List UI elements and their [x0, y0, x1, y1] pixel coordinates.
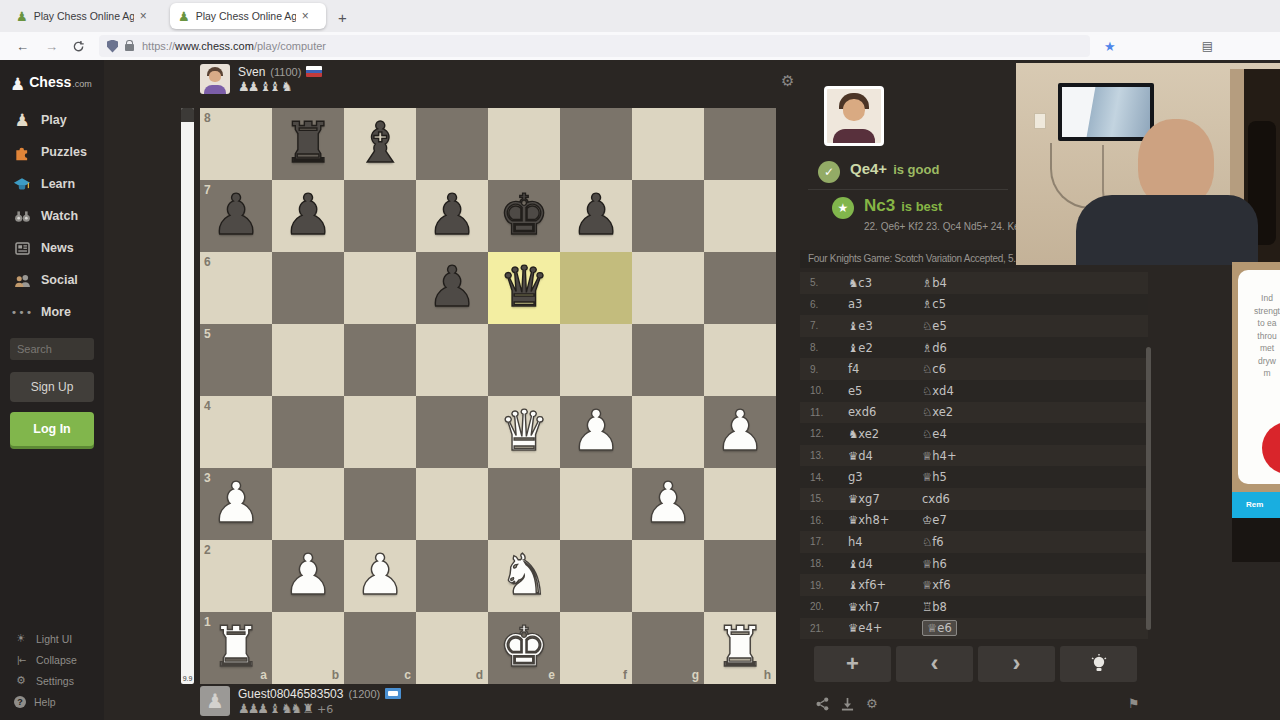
square-b2[interactable]: ♟ [272, 540, 344, 612]
best-move-row: ★ Nc3is best 22. Qe6+ Kf2 23. Qc4 Nd5+ 2… [818, 196, 1028, 232]
black-move[interactable]: ♕h5 [922, 470, 947, 484]
white-move[interactable]: ♛xg7 [836, 492, 922, 506]
square-c7[interactable] [344, 180, 416, 252]
ad-text-line: strengt [1246, 305, 1280, 318]
move-row: 21.♛e4+♕e6 [800, 618, 1148, 640]
sidebar-item-play[interactable]: ♟ Play [0, 104, 104, 136]
square-g5[interactable] [632, 324, 704, 396]
white-piece-e4[interactable]: ♛ [488, 396, 560, 468]
new-tab-button[interactable]: + [338, 9, 347, 26]
square-d3[interactable] [416, 468, 488, 540]
square-b5[interactable] [272, 324, 344, 396]
square-h1[interactable]: h♜ [704, 612, 776, 684]
square-e1[interactable]: e♚ [488, 612, 560, 684]
white-move[interactable]: ♝d4 [836, 557, 922, 571]
close-icon[interactable]: × [302, 9, 309, 23]
black-piece-d7[interactable]: ♟ [416, 180, 488, 252]
black-move[interactable]: ♗b4 [922, 276, 947, 290]
white-move[interactable]: ♛d4 [836, 449, 922, 463]
black-move[interactable]: ♕e6 [922, 620, 957, 636]
square-e6[interactable]: ♛ [488, 252, 560, 324]
next-move-button[interactable]: › [978, 646, 1055, 682]
black-piece-e6[interactable]: ♛ [488, 252, 560, 324]
black-piece-a7[interactable]: ♟ [200, 180, 272, 252]
move-number: 8. [800, 342, 836, 353]
move-number: 10. [800, 385, 836, 396]
sidebar-item-more[interactable]: ••• More [0, 296, 104, 328]
sign-up-button[interactable]: Sign Up [10, 372, 94, 402]
square-b1[interactable]: b [272, 612, 344, 684]
chesscom-logo[interactable]: ♟ Chess .com [0, 60, 104, 104]
hint-button[interactable] [1060, 646, 1137, 682]
white-move[interactable]: ♝xf6+ [836, 578, 922, 592]
more-dots-icon: ••• [12, 306, 32, 319]
square-f5[interactable] [560, 324, 632, 396]
newspaper-icon [12, 242, 32, 255]
eval-score: 9.9 [181, 675, 194, 682]
back-icon[interactable]: ← [16, 39, 29, 54]
black-move[interactable]: ♘xe2 [922, 405, 953, 419]
top-player-bar: Sven (1100) ♟♟ ♝♝ ♞ [200, 64, 322, 95]
settings-button[interactable]: ⚙ Settings [0, 670, 104, 691]
square-f8[interactable] [560, 108, 632, 180]
report-flag-icon[interactable]: ⚑ [1128, 696, 1140, 711]
white-piece-c2[interactable]: ♟ [344, 540, 416, 612]
square-a6[interactable]: 6 [200, 252, 272, 324]
international-flag-icon [385, 688, 401, 699]
move-number: 16. [800, 515, 836, 526]
move-number: 14. [800, 472, 836, 483]
rank-label: 4 [204, 399, 211, 413]
square-e5[interactable] [488, 324, 560, 396]
square-c8[interactable]: ♝ [344, 108, 416, 180]
black-move[interactable]: ♕h6 [922, 557, 947, 571]
white-move[interactable]: ♛xh8+ [836, 513, 922, 527]
move-row: 11.exd6♘xe2 [800, 402, 1148, 424]
square-a3[interactable]: 3♟ [200, 468, 272, 540]
black-move[interactable]: ♕h4+ [922, 449, 957, 463]
square-h4[interactable]: ♟ [704, 396, 776, 468]
black-move[interactable]: ♗d6 [922, 341, 947, 355]
square-e4[interactable]: ♛ [488, 396, 560, 468]
square-g6[interactable] [632, 252, 704, 324]
previous-move-button[interactable]: ‹ [896, 646, 973, 682]
square-e3[interactable] [488, 468, 560, 540]
black-move[interactable]: ♕xf6 [922, 578, 950, 592]
white-piece-f4[interactable]: ♟ [560, 396, 632, 468]
sidebar-footer: ☀ Light UI |← Collapse ⚙ Settings ? Help [0, 628, 104, 712]
white-move[interactable]: f4 [836, 362, 922, 376]
black-move[interactable]: ♘e5 [922, 319, 947, 333]
move-number: 19. [800, 580, 836, 591]
move-row: 12.♞xe2♘e4 [800, 423, 1148, 445]
analysis-divider [808, 189, 1008, 190]
file-label: d [476, 668, 483, 682]
ad-card: Indstrengtto eathroumetdrywm [1238, 270, 1280, 484]
white-piece-g3[interactable]: ♟ [632, 468, 704, 540]
move-row: 8.♝e2♗d6 [800, 337, 1148, 359]
square-d5[interactable] [416, 324, 488, 396]
black-move[interactable]: ♘xd4 [922, 384, 954, 398]
sidebar-item-learn[interactable]: Learn [0, 168, 104, 200]
forward-icon[interactable]: → [45, 39, 58, 54]
move-row: 10.e5♘xd4 [800, 380, 1148, 402]
white-piece-a3[interactable]: ♟ [200, 468, 272, 540]
white-move[interactable]: g3 [836, 470, 922, 484]
black-move[interactable]: ♔e7 [922, 513, 947, 527]
move-number: 11. [800, 407, 836, 418]
opening-name: Four Knights Game: Scotch Variation Acce… [800, 250, 1016, 268]
black-piece-d6[interactable]: ♟ [416, 252, 488, 324]
square-f7[interactable]: ♟ [560, 180, 632, 252]
white-move[interactable]: ♛xh7 [836, 600, 922, 614]
white-piece-e1[interactable]: ♚ [488, 612, 560, 684]
good-move-row: ✓ Qe4+is good [818, 160, 939, 183]
square-c5[interactable] [344, 324, 416, 396]
move-row: 7.♝e3♘e5 [800, 315, 1148, 337]
star-circle-icon: ★ [832, 197, 854, 219]
check-circle-icon: ✓ [818, 161, 840, 183]
white-move[interactable]: ♞xe2 [836, 427, 922, 441]
square-e2[interactable]: ♞ [488, 540, 560, 612]
best-move: Nc3 [864, 196, 895, 215]
move-number: 15. [800, 493, 836, 504]
square-f2[interactable] [560, 540, 632, 612]
tab-title: Play Chess Online Against the C [196, 10, 296, 22]
square-g1[interactable]: g [632, 612, 704, 684]
square-g3[interactable]: ♟ [632, 468, 704, 540]
move-row: 15.♛xg7cxd6 [800, 488, 1148, 510]
move-number: 20. [800, 601, 836, 612]
bottom-player-name[interactable]: Guest08046583503 [238, 687, 343, 701]
move-number: 18. [800, 558, 836, 569]
square-a4[interactable]: 4 [200, 396, 272, 468]
streamer-body [1076, 195, 1258, 265]
play-icon: ♟ [12, 110, 32, 130]
top-player-name[interactable]: Sven [238, 65, 265, 79]
streamer-head [1138, 119, 1214, 207]
top-player-avatar[interactable] [200, 64, 230, 94]
eval-bar: 9.9 [181, 108, 194, 684]
move-row: 17.h4♘f6 [800, 531, 1148, 553]
ad-text: Indstrengtto eathroumetdrywm [1238, 270, 1280, 380]
move-number: 5. [800, 277, 836, 288]
black-move[interactable]: ♘f6 [922, 535, 944, 549]
move-number: 21. [800, 623, 836, 634]
browser-tab-strip: ♟ Play Chess Online Against the C × ♟ Pl… [0, 0, 1280, 32]
collapse-button[interactable]: |← Collapse [0, 649, 104, 670]
square-e7[interactable]: ♚ [488, 180, 560, 252]
square-b7[interactable]: ♟ [272, 180, 344, 252]
square-c1[interactable]: c [344, 612, 416, 684]
ad-text-line: met [1246, 342, 1280, 355]
file-label: g [692, 668, 699, 682]
bookmark-star-icon[interactable]: ★ [1104, 39, 1116, 54]
square-h8[interactable] [704, 108, 776, 180]
square-f4[interactable]: ♟ [560, 396, 632, 468]
sidebar-item-puzzles[interactable]: Puzzles [0, 136, 104, 168]
browser-tab-active[interactable]: ♟ Play Chess Online Against the C × [170, 3, 326, 29]
file-label: f [623, 668, 627, 682]
people-icon [12, 274, 32, 287]
move-row: 16.♛xh8+♔e7 [800, 510, 1148, 532]
square-d8[interactable] [416, 108, 488, 180]
download-icon[interactable] [841, 697, 854, 711]
russia-flag-icon [306, 66, 322, 77]
square-b8[interactable]: ♜ [272, 108, 344, 180]
analysis-settings-gear-icon[interactable]: ⚙ [866, 696, 878, 711]
white-move[interactable]: exd6 [836, 405, 922, 419]
eval-bar-black-portion [181, 108, 194, 122]
url-text: https://www.chess.com/play/computer [142, 40, 326, 52]
bottom-player-bar: ♟ Guest08046583503 (1200) ♟♟♟ ♝ ♞♞ ♜+6 [200, 686, 401, 717]
url-bar[interactable]: https://www.chess.com/play/computer [99, 35, 1090, 57]
sidebar-item-social[interactable]: Social [0, 264, 104, 296]
rank-label: 8 [204, 111, 211, 125]
black-move[interactable]: cxd6 [922, 492, 950, 506]
file-label: b [332, 668, 339, 682]
move-list-scrollbar[interactable] [1146, 347, 1151, 630]
square-e8[interactable] [488, 108, 560, 180]
square-h2[interactable] [704, 540, 776, 612]
move-controls: + ‹ › [814, 646, 1137, 682]
wall-monitor [1058, 83, 1154, 141]
square-c3[interactable] [344, 468, 416, 540]
white-move[interactable]: ♝e2 [836, 341, 922, 355]
pawn-avatar-icon: ♟ [206, 689, 224, 713]
move-number: 17. [800, 536, 836, 547]
square-b3[interactable] [272, 468, 344, 540]
white-piece-h4[interactable]: ♟ [704, 396, 776, 468]
square-h6[interactable] [704, 252, 776, 324]
ad-text-line: Ind [1246, 292, 1280, 305]
white-move[interactable]: e5 [836, 384, 922, 398]
wall-outlet [1034, 113, 1046, 129]
add-move-button[interactable]: + [814, 646, 891, 682]
share-icon[interactable] [816, 697, 829, 711]
screen: ♟ Play Chess Online Against the C × ♟ Pl… [0, 0, 1280, 720]
sun-icon: ☀ [14, 632, 28, 645]
white-move[interactable]: ♝e3 [836, 319, 922, 333]
move-row: 19.♝xf6+♕xf6 [800, 574, 1148, 596]
browser-tab-inactive[interactable]: ♟ Play Chess Online Against the C × [8, 3, 164, 29]
bottom-player-rating: (1200) [348, 688, 380, 700]
binoculars-icon [12, 210, 32, 223]
best-move-line: 22. Qe6+ Kf2 23. Qc4 Nd5+ 24. Ke6 Qh6+ [864, 221, 1028, 232]
collections-icon[interactable]: ▤ [1202, 39, 1213, 53]
chess-board: 8♜♝7♟♟♟♚♟6♟♛54♛♟♟3♟♟2♟♟♞1a♜bcde♚fgh♜ [200, 108, 776, 684]
question-icon: ? [14, 696, 26, 708]
move-row: 18.♝d4♕h6 [800, 553, 1148, 575]
file-label: c [404, 668, 411, 682]
shield-icon [107, 40, 118, 53]
square-b4[interactable] [272, 396, 344, 468]
square-d6[interactable]: ♟ [416, 252, 488, 324]
black-move[interactable]: ♘e4 [922, 427, 947, 441]
board-settings-gear-icon[interactable]: ⚙ [781, 72, 794, 90]
white-piece-h1[interactable]: ♜ [704, 612, 776, 684]
black-move[interactable]: ♘c6 [922, 362, 946, 376]
puzzle-icon [12, 144, 32, 161]
browser-nav-bar: ← → https://www.chess.com/play/computer … [0, 32, 1280, 61]
app-area: ♟ Chess .com ♟ Play Puzzles Learn [0, 60, 1280, 720]
ad-button[interactable]: Rem [1232, 492, 1280, 518]
move-list: 5.♞c3♗b46.a3♗c57.♝e3♘e58.♝e2♗d69.f4♘c610… [800, 272, 1148, 640]
close-icon[interactable]: × [140, 9, 147, 23]
reload-icon[interactable] [72, 40, 85, 53]
search-box [10, 338, 94, 360]
black-piece-f7[interactable]: ♟ [560, 180, 632, 252]
move-number: 13. [800, 450, 836, 461]
black-move[interactable]: ♖b8 [922, 600, 947, 614]
ad-text-line: dryw [1246, 355, 1280, 368]
square-c4[interactable] [344, 396, 416, 468]
good-move: Qe4+ [850, 160, 887, 177]
black-piece-e7[interactable]: ♚ [488, 180, 560, 252]
top-player-rating: (1100) [270, 66, 301, 78]
black-piece-b7[interactable]: ♟ [272, 180, 344, 252]
rank-label: 6 [204, 255, 211, 269]
ad-text-line: throu [1246, 330, 1280, 343]
sidebar: ♟ Chess .com ♟ Play Puzzles Learn [0, 60, 104, 720]
square-d1[interactable]: d [416, 612, 488, 684]
move-number: 7. [800, 320, 836, 331]
game-icon-row: ⚙ [816, 696, 878, 711]
move-row: 20.♛xh7♖b8 [800, 596, 1148, 618]
graduation-cap-icon [12, 177, 32, 192]
ad-red-circle [1262, 422, 1280, 474]
ad-text-line: m [1246, 367, 1280, 380]
square-b6[interactable] [272, 252, 344, 324]
top-player-captured: ♟♟ ♝♝ ♞ [238, 79, 322, 95]
ad-overlay: Indstrengtto eathroumetdrywm Rem [1232, 262, 1280, 562]
search-input[interactable] [10, 338, 94, 360]
square-a1[interactable]: 1a♜ [200, 612, 272, 684]
rank-label: 2 [204, 543, 211, 557]
move-row: 14.g3♕h5 [800, 466, 1148, 488]
white-move[interactable]: ♛e4+ [836, 621, 922, 635]
square-d7[interactable]: ♟ [416, 180, 488, 252]
square-h5[interactable] [704, 324, 776, 396]
square-g2[interactable] [632, 540, 704, 612]
help-button[interactable]: ? Help [0, 691, 104, 712]
move-row: 6.a3♗c5 [800, 294, 1148, 316]
move-row: 9.f4♘c6 [800, 358, 1148, 380]
square-f6[interactable] [560, 252, 632, 324]
sidebar-item-news[interactable]: News [0, 232, 104, 264]
rank-label: 5 [204, 327, 211, 341]
gear-icon: ⚙ [14, 674, 28, 687]
square-h3[interactable] [704, 468, 776, 540]
material-advantage: +6 [317, 703, 333, 716]
chesscom-favicon-icon: ♟ [178, 10, 190, 23]
white-move[interactable]: a3 [836, 297, 922, 311]
ad-text-line: to ea [1246, 317, 1280, 330]
square-h7[interactable] [704, 180, 776, 252]
white-piece-b2[interactable]: ♟ [272, 540, 344, 612]
square-a7[interactable]: 7♟ [200, 180, 272, 252]
log-in-button[interactable]: Log In [10, 412, 94, 446]
move-number: 9. [800, 364, 836, 375]
square-c2[interactable]: ♟ [344, 540, 416, 612]
black-piece-c8[interactable]: ♝ [344, 108, 416, 180]
square-g8[interactable] [632, 108, 704, 180]
white-piece-a1[interactable]: ♜ [200, 612, 272, 684]
bottom-player-avatar[interactable]: ♟ [200, 686, 230, 716]
move-row: 5.♞c3♗b4 [800, 272, 1148, 294]
chesscom-favicon-icon: ♟ [16, 10, 28, 23]
light-ui-toggle[interactable]: ☀ Light UI [0, 628, 104, 649]
square-g7[interactable] [632, 180, 704, 252]
sidebar-item-watch[interactable]: Watch [0, 200, 104, 232]
move-number: 6. [800, 299, 836, 310]
white-piece-e2[interactable]: ♞ [488, 540, 560, 612]
white-move[interactable]: ♞c3 [836, 276, 922, 290]
square-a5[interactable]: 5 [200, 324, 272, 396]
square-d2[interactable] [416, 540, 488, 612]
webcam-overlay [1016, 63, 1280, 265]
analysis-avatar [824, 86, 884, 146]
square-c6[interactable] [344, 252, 416, 324]
bottom-player-captured: ♟♟♟ ♝ ♞♞ ♜+6 [238, 701, 401, 717]
logo-pawn-icon: ♟ [10, 74, 25, 94]
move-number: 12. [800, 428, 836, 439]
black-piece-b8[interactable]: ♜ [272, 108, 344, 180]
square-g4[interactable] [632, 396, 704, 468]
square-a2[interactable]: 2 [200, 540, 272, 612]
square-f1[interactable]: f [560, 612, 632, 684]
lock-icon [125, 44, 134, 51]
square-f3[interactable] [560, 468, 632, 540]
tab-title: Play Chess Online Against the C [34, 10, 134, 22]
move-row: 13.♛d4♕h4+ [800, 445, 1148, 467]
square-d4[interactable] [416, 396, 488, 468]
square-a8[interactable]: 8 [200, 108, 272, 180]
black-move[interactable]: ♗c5 [922, 297, 946, 311]
white-move[interactable]: h4 [836, 535, 922, 549]
collapse-icon: |← [14, 655, 28, 665]
